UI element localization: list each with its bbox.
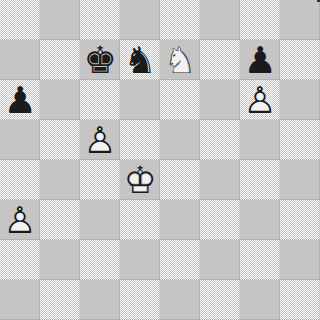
square-e5[interactable] bbox=[160, 120, 200, 160]
square-c4[interactable] bbox=[80, 160, 120, 200]
square-d3[interactable] bbox=[120, 200, 160, 240]
square-b8[interactable] bbox=[40, 0, 80, 40]
square-g6[interactable]: ♟♙ bbox=[240, 80, 280, 120]
square-h2[interactable] bbox=[280, 240, 320, 280]
square-c5[interactable]: ♟♙ bbox=[80, 120, 120, 160]
piece-white-knight[interactable]: ♞♘ bbox=[160, 40, 200, 80]
square-f6[interactable] bbox=[200, 80, 240, 120]
square-d4[interactable]: ♚♔ bbox=[120, 160, 160, 200]
square-c2[interactable] bbox=[80, 240, 120, 280]
square-g8[interactable] bbox=[240, 0, 280, 40]
square-b3[interactable] bbox=[40, 200, 80, 240]
square-c1[interactable] bbox=[80, 280, 120, 320]
piece-white-pawn[interactable]: ♟♙ bbox=[0, 200, 40, 240]
square-d2[interactable] bbox=[120, 240, 160, 280]
square-h5[interactable] bbox=[280, 120, 320, 160]
square-e7[interactable]: ♞♘ bbox=[160, 40, 200, 80]
square-b7[interactable] bbox=[40, 40, 80, 80]
square-e4[interactable] bbox=[160, 160, 200, 200]
square-f1[interactable] bbox=[200, 280, 240, 320]
square-e2[interactable] bbox=[160, 240, 200, 280]
square-b1[interactable] bbox=[40, 280, 80, 320]
black-pawn-glyph: ♟ bbox=[240, 40, 280, 80]
chess-board: ♚♞♞♘♟♟♟♙♟♙♚♔♟♙ bbox=[0, 0, 320, 320]
square-d1[interactable] bbox=[120, 280, 160, 320]
square-f8[interactable] bbox=[200, 0, 240, 40]
piece-black-knight[interactable]: ♞ bbox=[120, 40, 160, 80]
white-pawn-outline-glyph: ♙ bbox=[80, 120, 120, 160]
square-b2[interactable] bbox=[40, 240, 80, 280]
square-e1[interactable] bbox=[160, 280, 200, 320]
square-h3[interactable] bbox=[280, 200, 320, 240]
white-knight-outline-glyph: ♘ bbox=[160, 40, 200, 80]
square-c3[interactable] bbox=[80, 200, 120, 240]
square-g4[interactable] bbox=[240, 160, 280, 200]
piece-black-pawn[interactable]: ♟ bbox=[0, 80, 40, 120]
piece-black-pawn[interactable]: ♟ bbox=[240, 40, 280, 80]
square-h7[interactable] bbox=[280, 40, 320, 80]
piece-white-pawn[interactable]: ♟♙ bbox=[240, 80, 280, 120]
square-a7[interactable] bbox=[0, 40, 40, 80]
square-f7[interactable] bbox=[200, 40, 240, 80]
piece-white-pawn[interactable]: ♟♙ bbox=[80, 120, 120, 160]
square-a8[interactable] bbox=[0, 0, 40, 40]
square-g7[interactable]: ♟ bbox=[240, 40, 280, 80]
square-a4[interactable] bbox=[0, 160, 40, 200]
piece-black-king[interactable]: ♚ bbox=[80, 40, 120, 80]
black-king-glyph: ♚ bbox=[80, 40, 120, 80]
square-d7[interactable]: ♞ bbox=[120, 40, 160, 80]
white-king-outline-glyph: ♔ bbox=[120, 160, 160, 200]
square-d8[interactable] bbox=[120, 0, 160, 40]
square-c6[interactable] bbox=[80, 80, 120, 120]
square-d6[interactable] bbox=[120, 80, 160, 120]
white-pawn-outline-glyph: ♙ bbox=[240, 80, 280, 120]
square-g3[interactable] bbox=[240, 200, 280, 240]
square-h6[interactable] bbox=[280, 80, 320, 120]
square-a1[interactable] bbox=[0, 280, 40, 320]
square-e6[interactable] bbox=[160, 80, 200, 120]
piece-white-king[interactable]: ♚♔ bbox=[120, 160, 160, 200]
white-pawn-outline-glyph: ♙ bbox=[0, 200, 40, 240]
square-f5[interactable] bbox=[200, 120, 240, 160]
square-b6[interactable] bbox=[40, 80, 80, 120]
square-f4[interactable] bbox=[200, 160, 240, 200]
square-g2[interactable] bbox=[240, 240, 280, 280]
square-g1[interactable] bbox=[240, 280, 280, 320]
square-c8[interactable] bbox=[80, 0, 120, 40]
square-e8[interactable] bbox=[160, 0, 200, 40]
square-a3[interactable]: ♟♙ bbox=[0, 200, 40, 240]
square-a6[interactable]: ♟ bbox=[0, 80, 40, 120]
square-h1[interactable] bbox=[280, 280, 320, 320]
square-a5[interactable] bbox=[0, 120, 40, 160]
square-h8[interactable] bbox=[280, 0, 320, 40]
square-b4[interactable] bbox=[40, 160, 80, 200]
black-pawn-glyph: ♟ bbox=[0, 80, 40, 120]
chess-board-window: ♚♞♞♘♟♟♟♙♟♙♚♔♟♙ bbox=[0, 0, 320, 320]
square-b5[interactable] bbox=[40, 120, 80, 160]
square-a2[interactable] bbox=[0, 240, 40, 280]
black-knight-glyph: ♞ bbox=[120, 40, 160, 80]
square-f3[interactable] bbox=[200, 200, 240, 240]
square-d5[interactable] bbox=[120, 120, 160, 160]
square-h4[interactable] bbox=[280, 160, 320, 200]
square-g5[interactable] bbox=[240, 120, 280, 160]
square-e3[interactable] bbox=[160, 200, 200, 240]
square-c7[interactable]: ♚ bbox=[80, 40, 120, 80]
square-f2[interactable] bbox=[200, 240, 240, 280]
